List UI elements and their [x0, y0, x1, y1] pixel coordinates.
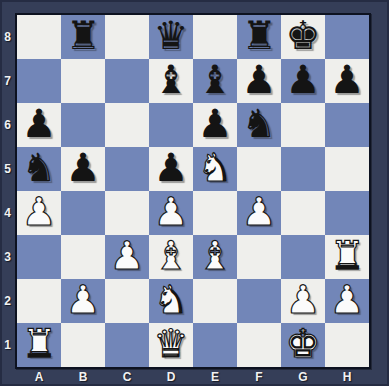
- piece-white-pawn: ♟: [242, 190, 277, 234]
- square-d2[interactable]: ♞: [149, 279, 193, 323]
- square-h8[interactable]: [325, 15, 369, 59]
- square-d5[interactable]: ♟: [149, 147, 193, 191]
- square-h4[interactable]: [325, 191, 369, 235]
- piece-white-queen: ♛: [154, 322, 189, 366]
- square-f2[interactable]: [237, 279, 281, 323]
- square-e7[interactable]: ♝: [193, 59, 237, 103]
- piece-white-pawn: ♟: [286, 278, 321, 322]
- file-label-g: G: [281, 369, 325, 385]
- square-e8[interactable]: [193, 15, 237, 59]
- piece-white-knight: ♞: [198, 146, 233, 190]
- square-f7[interactable]: ♟: [237, 59, 281, 103]
- file-label-f: F: [237, 369, 281, 385]
- chess-board: ♜♛♜♚♝♝♟♟♟♟♟♞♞♟♟♞♟♟♟♟♝♝♜♟♞♟♟♜♛♚: [15, 13, 371, 369]
- square-c8[interactable]: [105, 15, 149, 59]
- square-h6[interactable]: [325, 103, 369, 147]
- square-b8[interactable]: ♜: [61, 15, 105, 59]
- piece-black-pawn: ♟: [198, 102, 233, 146]
- piece-black-rook: ♜: [66, 14, 101, 58]
- file-label-c: C: [105, 369, 149, 385]
- square-f4[interactable]: ♟: [237, 191, 281, 235]
- square-c4[interactable]: [105, 191, 149, 235]
- piece-white-knight: ♞: [154, 278, 189, 322]
- square-d1[interactable]: ♛: [149, 323, 193, 367]
- square-a6[interactable]: ♟: [17, 103, 61, 147]
- square-c3[interactable]: ♟: [105, 235, 149, 279]
- square-a7[interactable]: [17, 59, 61, 103]
- rank-label-3: 3: [0, 235, 15, 279]
- piece-white-pawn: ♟: [110, 234, 145, 278]
- piece-white-pawn: ♟: [66, 278, 101, 322]
- square-g8[interactable]: ♚: [281, 15, 325, 59]
- file-label-b: B: [61, 369, 105, 385]
- rank-label-1: 1: [0, 323, 15, 367]
- square-e3[interactable]: ♝: [193, 235, 237, 279]
- square-e1[interactable]: [193, 323, 237, 367]
- square-g2[interactable]: ♟: [281, 279, 325, 323]
- piece-black-bishop: ♝: [154, 58, 189, 102]
- piece-white-bishop: ♝: [154, 234, 189, 278]
- rank-label-7: 7: [0, 59, 15, 103]
- piece-black-pawn: ♟: [66, 146, 101, 190]
- file-label-h: H: [325, 369, 369, 385]
- piece-black-queen: ♛: [154, 14, 189, 58]
- square-b6[interactable]: [61, 103, 105, 147]
- square-a4[interactable]: ♟: [17, 191, 61, 235]
- piece-black-king: ♚: [286, 14, 321, 58]
- square-b5[interactable]: ♟: [61, 147, 105, 191]
- square-f5[interactable]: [237, 147, 281, 191]
- square-e4[interactable]: [193, 191, 237, 235]
- square-c5[interactable]: [105, 147, 149, 191]
- square-b2[interactable]: ♟: [61, 279, 105, 323]
- square-g1[interactable]: ♚: [281, 323, 325, 367]
- square-e6[interactable]: ♟: [193, 103, 237, 147]
- square-a1[interactable]: ♜: [17, 323, 61, 367]
- piece-white-pawn: ♟: [330, 278, 365, 322]
- file-label-d: D: [149, 369, 193, 385]
- piece-white-rook: ♜: [22, 322, 57, 366]
- square-f6[interactable]: ♞: [237, 103, 281, 147]
- piece-black-pawn: ♟: [286, 58, 321, 102]
- rank-label-5: 5: [0, 147, 15, 191]
- piece-black-bishop: ♝: [198, 58, 233, 102]
- piece-white-pawn: ♟: [22, 190, 57, 234]
- square-a8[interactable]: [17, 15, 61, 59]
- rank-labels: 87654321: [0, 15, 15, 367]
- square-h5[interactable]: [325, 147, 369, 191]
- piece-white-king: ♚: [286, 322, 321, 366]
- file-label-e: E: [193, 369, 237, 385]
- square-d8[interactable]: ♛: [149, 15, 193, 59]
- piece-black-pawn: ♟: [22, 102, 57, 146]
- piece-black-pawn: ♟: [154, 146, 189, 190]
- piece-black-pawn: ♟: [242, 58, 277, 102]
- square-d3[interactable]: ♝: [149, 235, 193, 279]
- square-c1[interactable]: [105, 323, 149, 367]
- square-e2[interactable]: [193, 279, 237, 323]
- square-b1[interactable]: [61, 323, 105, 367]
- square-e5[interactable]: ♞: [193, 147, 237, 191]
- square-a2[interactable]: [17, 279, 61, 323]
- file-label-a: A: [17, 369, 61, 385]
- square-c2[interactable]: [105, 279, 149, 323]
- square-c7[interactable]: [105, 59, 149, 103]
- square-d6[interactable]: [149, 103, 193, 147]
- rank-label-2: 2: [0, 279, 15, 323]
- square-g5[interactable]: [281, 147, 325, 191]
- square-g7[interactable]: ♟: [281, 59, 325, 103]
- piece-black-rook: ♜: [242, 14, 277, 58]
- square-f1[interactable]: [237, 323, 281, 367]
- square-b3[interactable]: [61, 235, 105, 279]
- rank-label-8: 8: [0, 15, 15, 59]
- square-a3[interactable]: [17, 235, 61, 279]
- piece-white-rook: ♜: [330, 234, 365, 278]
- square-b4[interactable]: [61, 191, 105, 235]
- square-a5[interactable]: ♞: [17, 147, 61, 191]
- piece-black-pawn: ♟: [330, 58, 365, 102]
- rank-label-6: 6: [0, 103, 15, 147]
- square-b7[interactable]: [61, 59, 105, 103]
- file-labels: ABCDEFGH: [17, 369, 369, 385]
- piece-black-knight: ♞: [22, 146, 57, 190]
- rank-label-4: 4: [0, 191, 15, 235]
- square-h2[interactable]: ♟: [325, 279, 369, 323]
- piece-white-pawn: ♟: [154, 190, 189, 234]
- piece-black-knight: ♞: [242, 102, 277, 146]
- square-d7[interactable]: ♝: [149, 59, 193, 103]
- square-h7[interactable]: ♟: [325, 59, 369, 103]
- square-g4[interactable]: [281, 191, 325, 235]
- square-c6[interactable]: [105, 103, 149, 147]
- square-f3[interactable]: [237, 235, 281, 279]
- piece-white-bishop: ♝: [198, 234, 233, 278]
- square-f8[interactable]: ♜: [237, 15, 281, 59]
- square-h3[interactable]: ♜: [325, 235, 369, 279]
- chess-diagram: 87654321 ♜♛♜♚♝♝♟♟♟♟♟♞♞♟♟♞♟♟♟♟♝♝♜♟♞♟♟♜♛♚ …: [0, 0, 389, 386]
- square-g6[interactable]: [281, 103, 325, 147]
- square-h1[interactable]: [325, 323, 369, 367]
- square-g3[interactable]: [281, 235, 325, 279]
- square-d4[interactable]: ♟: [149, 191, 193, 235]
